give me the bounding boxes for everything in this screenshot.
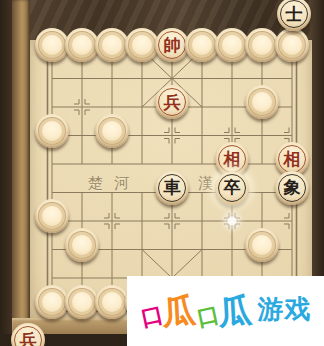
- piece-face: 士: [280, 0, 308, 28]
- hidden-piece[interactable]: [35, 28, 69, 62]
- piece-label: 相: [224, 151, 241, 168]
- piece-face: [38, 202, 66, 230]
- piece-label: 兵: [164, 94, 181, 111]
- piece-face: [68, 31, 96, 59]
- piece-face: 相: [218, 145, 246, 173]
- watermark-logo-band: 口 瓜 口 瓜 游戏: [127, 276, 324, 346]
- piece-face: [248, 31, 276, 59]
- piece-face: 兵: [14, 326, 42, 346]
- hidden-piece[interactable]: [215, 28, 249, 62]
- black-chariot[interactable]: 車: [155, 171, 189, 205]
- hidden-piece[interactable]: [65, 28, 99, 62]
- piece-face: 車: [158, 174, 186, 202]
- piece-face: [248, 231, 276, 259]
- piece-face: 相: [278, 145, 306, 173]
- piece-face: [218, 31, 246, 59]
- piece-face: [98, 31, 126, 59]
- hidden-piece[interactable]: [95, 285, 129, 319]
- piece-label: 帥: [164, 37, 181, 54]
- logo-part-3: 瓜: [217, 293, 253, 329]
- hidden-piece[interactable]: [125, 28, 159, 62]
- piece-face: [248, 88, 276, 116]
- piece-face: [278, 31, 306, 59]
- piece-label: 相: [284, 151, 301, 168]
- hidden-piece[interactable]: [65, 228, 99, 262]
- piece-label: 車: [164, 179, 181, 196]
- hidden-piece[interactable]: [275, 28, 309, 62]
- hidden-piece[interactable]: [35, 114, 69, 148]
- screenshot-root: 楚河 漢界 帥兵相相車卒象 士 兵 口 瓜 口 瓜 游戏: [0, 0, 324, 346]
- hidden-piece[interactable]: [65, 285, 99, 319]
- piece-label: 卒: [224, 179, 241, 196]
- move-highlight-dot[interactable]: [226, 215, 238, 227]
- piece-face: [38, 117, 66, 145]
- piece-face: 帥: [158, 31, 186, 59]
- piece-face: 卒: [218, 174, 246, 202]
- piece-face: [98, 117, 126, 145]
- piece-face: [128, 31, 156, 59]
- hidden-piece[interactable]: [245, 85, 279, 119]
- red-soldier[interactable]: 兵: [155, 85, 189, 119]
- piece-face: 兵: [158, 88, 186, 116]
- piece-face: [188, 31, 216, 59]
- hidden-piece[interactable]: [35, 199, 69, 233]
- logo-part-1: 瓜: [161, 293, 197, 329]
- hidden-piece[interactable]: [185, 28, 219, 62]
- hidden-piece[interactable]: [35, 285, 69, 319]
- piece-face: [68, 231, 96, 259]
- hidden-piece[interactable]: [245, 228, 279, 262]
- piece-label: 士: [286, 6, 303, 23]
- black-soldier[interactable]: 卒: [215, 171, 249, 205]
- black-elephant[interactable]: 象: [275, 171, 309, 205]
- piece-face: [38, 31, 66, 59]
- guagua-games-logo: 口 瓜 口 瓜 游戏: [140, 294, 312, 328]
- hidden-piece[interactable]: [95, 28, 129, 62]
- piece-face: [68, 288, 96, 316]
- red-general[interactable]: 帥: [155, 28, 189, 62]
- hidden-piece[interactable]: [245, 28, 279, 62]
- logo-part-4: 游戏: [258, 296, 312, 322]
- hidden-piece[interactable]: [95, 114, 129, 148]
- piece-face: [38, 288, 66, 316]
- piece-label: 象: [284, 179, 301, 196]
- river-label-chu: 楚河: [88, 172, 140, 194]
- piece-face: 象: [278, 174, 306, 202]
- piece-face: [98, 288, 126, 316]
- piece-label: 兵: [20, 332, 37, 346]
